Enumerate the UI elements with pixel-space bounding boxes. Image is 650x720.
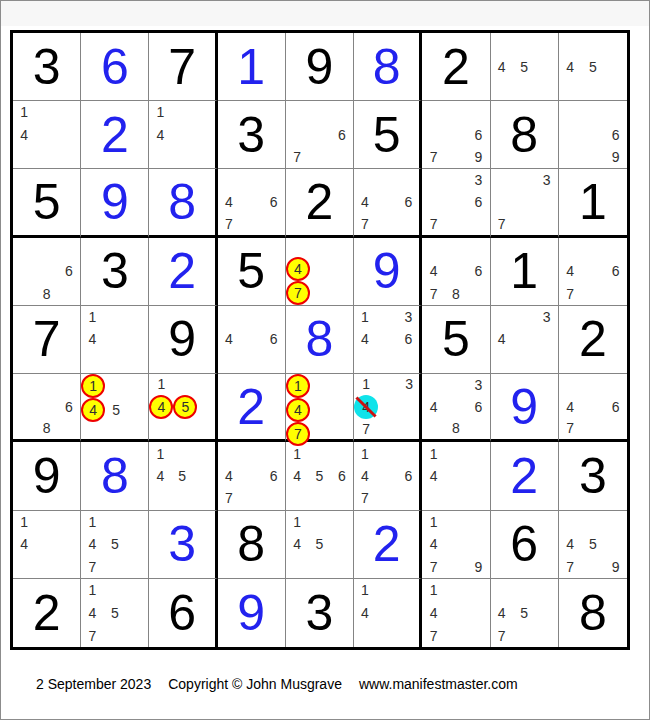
candidate-4: 4 bbox=[559, 396, 582, 418]
candidate-grid: 4678 bbox=[422, 238, 489, 305]
candidate-4: 4 bbox=[559, 260, 582, 282]
cell-r9c3[interactable]: 6 bbox=[149, 579, 217, 647]
candidate-7: 7 bbox=[422, 624, 444, 647]
candidate-7: 7 bbox=[491, 213, 513, 235]
entered-digit: 2 bbox=[218, 374, 285, 439]
candidate-grid: 467 bbox=[559, 238, 627, 305]
candidate-4: 4 bbox=[422, 396, 444, 418]
candidate-6: 6 bbox=[331, 124, 353, 146]
cell-r6c6[interactable]: 1347 bbox=[354, 374, 422, 442]
candidate-6: 6 bbox=[604, 260, 627, 282]
cell-r8c6[interactable]: 2 bbox=[354, 511, 422, 579]
candidate-grid: 1457 bbox=[81, 579, 148, 647]
given-digit: 9 bbox=[286, 33, 353, 100]
cell-r5c5[interactable]: 8 bbox=[286, 306, 354, 374]
candidate-7: 7 bbox=[354, 213, 376, 235]
candidate-5: 5 bbox=[173, 395, 197, 419]
highlighted-candidate-4: 4 bbox=[286, 398, 310, 422]
cell-r2c3[interactable]: 14 bbox=[149, 101, 217, 169]
cell-r1c4[interactable]: 1 bbox=[218, 33, 286, 101]
candidate-4: 4 bbox=[218, 465, 240, 487]
candidate-6: 6 bbox=[604, 124, 627, 146]
cell-r4c9[interactable]: 467 bbox=[559, 238, 627, 306]
cell-r5c7[interactable]: 5 bbox=[422, 306, 490, 374]
candidate-5: 5 bbox=[582, 55, 605, 77]
candidate-grid: 1467 bbox=[354, 442, 419, 509]
cell-r6c5[interactable]: 147 bbox=[286, 374, 354, 442]
candidate-3: 3 bbox=[399, 374, 420, 395]
candidate-grid: 37 bbox=[491, 169, 558, 234]
entered-digit: 9 bbox=[81, 169, 148, 234]
candidate-5: 5 bbox=[308, 465, 330, 487]
cell-r9c1[interactable]: 2 bbox=[13, 579, 81, 647]
candidate-7: 7 bbox=[218, 213, 240, 235]
given-digit: 5 bbox=[354, 101, 419, 168]
candidate-7: 7 bbox=[218, 487, 240, 509]
footer: 2 September 2023Copyright © John Musgrav… bbox=[36, 676, 535, 692]
sudoku-board: 3671982454514214367567986959846724673673… bbox=[10, 30, 630, 650]
cell-r5c8[interactable]: 34 bbox=[491, 306, 559, 374]
candidate-grid: 467 bbox=[218, 442, 285, 509]
cell-r1c8[interactable]: 45 bbox=[491, 33, 559, 101]
given-digit: 3 bbox=[559, 442, 627, 509]
candidate-4: 4 bbox=[559, 533, 582, 555]
candidate-7: 7 bbox=[422, 555, 444, 577]
entered-digit: 9 bbox=[354, 238, 419, 305]
cell-r1c9[interactable]: 45 bbox=[559, 33, 627, 101]
cell-r3c8[interactable]: 37 bbox=[491, 169, 559, 237]
cell-r6c4[interactable]: 2 bbox=[218, 374, 286, 442]
candidate-grid: 67 bbox=[286, 101, 353, 168]
candidate-1: 1 bbox=[286, 511, 308, 533]
cell-r8c4[interactable]: 8 bbox=[218, 511, 286, 579]
given-digit: 1 bbox=[559, 169, 627, 234]
cell-r2c5[interactable]: 67 bbox=[286, 101, 354, 169]
given-digit: 1 bbox=[491, 238, 558, 305]
candidate-7: 7 bbox=[491, 624, 513, 647]
candidate-8: 8 bbox=[35, 282, 57, 304]
given-digit: 5 bbox=[13, 169, 80, 234]
cell-r9c2[interactable]: 1457 bbox=[81, 579, 149, 647]
cell-r3c2[interactable]: 9 bbox=[81, 169, 149, 237]
entered-digit: 6 bbox=[81, 33, 148, 100]
candidate-grid: 14 bbox=[354, 579, 419, 647]
cell-r2c8[interactable]: 8 bbox=[491, 101, 559, 169]
candidate-grid: 14 bbox=[13, 101, 80, 168]
candidate-grid: 46 bbox=[218, 306, 285, 373]
candidate-4: 4 bbox=[491, 55, 513, 77]
given-digit: 6 bbox=[149, 579, 214, 647]
candidate-4: 4 bbox=[81, 533, 103, 555]
candidate-4: 4 bbox=[218, 328, 240, 350]
candidate-1: 1 bbox=[149, 374, 173, 395]
candidate-4: 4 bbox=[13, 533, 35, 555]
cell-r5c2[interactable]: 14 bbox=[81, 306, 149, 374]
cell-r3c7[interactable]: 367 bbox=[422, 169, 490, 237]
candidate-3: 3 bbox=[535, 306, 557, 328]
cell-r1c2[interactable]: 6 bbox=[81, 33, 149, 101]
candidate-1: 1 bbox=[149, 442, 171, 464]
candidate-3: 3 bbox=[535, 169, 557, 191]
candidate-6: 6 bbox=[398, 328, 420, 350]
candidate-1: 1 bbox=[422, 442, 444, 464]
candidate-1: 1 bbox=[354, 306, 376, 328]
candidate-grid: 14 bbox=[149, 101, 214, 168]
highlighted-candidate-5: 5 bbox=[173, 395, 197, 419]
cell-r4c1[interactable]: 68 bbox=[13, 238, 81, 306]
entered-digit: 3 bbox=[149, 511, 214, 578]
entered-digit: 2 bbox=[354, 511, 419, 578]
cell-r2c1[interactable]: 14 bbox=[13, 101, 81, 169]
cell-r9c4[interactable]: 9 bbox=[218, 579, 286, 647]
candidate-6: 6 bbox=[262, 328, 284, 350]
entered-digit: 2 bbox=[149, 238, 214, 305]
candidate-4: 4 bbox=[149, 395, 173, 419]
candidate-7: 7 bbox=[422, 146, 444, 168]
cell-r3c6[interactable]: 467 bbox=[354, 169, 422, 237]
candidate-7: 7 bbox=[81, 555, 103, 577]
cell-r8c3[interactable]: 3 bbox=[149, 511, 217, 579]
highlighted-candidate-4: 4 bbox=[286, 257, 310, 281]
cell-r2c4[interactable]: 3 bbox=[218, 101, 286, 169]
candidate-4: 4 bbox=[422, 465, 444, 487]
candidate-grid: 145 bbox=[149, 374, 214, 439]
cell-r3c3[interactable]: 8 bbox=[149, 169, 217, 237]
entered-digit: 1 bbox=[218, 33, 285, 100]
given-digit: 7 bbox=[13, 306, 80, 373]
candidate-5: 5 bbox=[104, 533, 126, 555]
given-digit: 5 bbox=[218, 238, 285, 305]
candidate-1: 1 bbox=[13, 101, 35, 123]
cell-r1c7[interactable]: 2 bbox=[422, 33, 490, 101]
candidate-6: 6 bbox=[58, 396, 80, 418]
candidate-7: 7 bbox=[422, 213, 444, 235]
candidate-4: 4 bbox=[354, 395, 378, 419]
cell-r5c4[interactable]: 46 bbox=[218, 306, 286, 374]
candidate-4: 4 bbox=[218, 191, 240, 213]
candidate-6: 6 bbox=[262, 191, 284, 213]
candidate-7: 7 bbox=[559, 418, 582, 440]
footer-website: www.manifestmaster.com bbox=[359, 676, 518, 692]
given-digit: 2 bbox=[559, 306, 627, 373]
cell-r1c3[interactable]: 7 bbox=[149, 33, 217, 101]
candidate-grid: 467 bbox=[218, 169, 285, 234]
cell-r7c1[interactable]: 9 bbox=[13, 442, 81, 510]
candidate-1: 1 bbox=[354, 374, 378, 395]
candidate-grid: 145 bbox=[81, 374, 148, 439]
highlighted-candidate-7: 7 bbox=[286, 281, 310, 305]
candidate-1: 1 bbox=[286, 374, 310, 398]
cell-r8c7[interactable]: 1479 bbox=[422, 511, 490, 579]
given-digit: 9 bbox=[13, 442, 80, 509]
candidate-7: 7 bbox=[422, 282, 444, 304]
given-digit: 8 bbox=[491, 101, 558, 168]
footer-date: 2 September 2023 bbox=[36, 676, 151, 692]
candidate-4: 4 bbox=[286, 257, 310, 281]
candidate-6: 6 bbox=[604, 396, 627, 418]
candidate-4: 4 bbox=[491, 328, 513, 350]
cell-r6c7[interactable]: 3468 bbox=[422, 374, 490, 442]
cell-r5c6[interactable]: 1346 bbox=[354, 306, 422, 374]
candidate-6: 6 bbox=[467, 191, 489, 213]
candidate-6: 6 bbox=[262, 465, 284, 487]
cell-r7c9[interactable]: 3 bbox=[559, 442, 627, 510]
cell-r1c6[interactable]: 8 bbox=[354, 33, 422, 101]
candidate-grid: 3468 bbox=[422, 374, 489, 439]
candidate-4: 4 bbox=[149, 465, 171, 487]
candidate-9: 9 bbox=[467, 555, 489, 577]
candidate-1: 1 bbox=[354, 579, 376, 602]
given-digit: 2 bbox=[422, 33, 489, 100]
candidate-7: 7 bbox=[354, 487, 376, 509]
given-digit: 7 bbox=[149, 33, 214, 100]
candidate-6: 6 bbox=[398, 191, 420, 213]
candidate-grid: 69 bbox=[559, 101, 627, 168]
candidate-4: 4 bbox=[422, 602, 444, 625]
candidate-4: 4 bbox=[149, 124, 171, 146]
highlighted-candidate-1: 1 bbox=[286, 374, 310, 398]
candidate-3: 3 bbox=[467, 374, 489, 396]
cell-r5c1[interactable]: 7 bbox=[13, 306, 81, 374]
candidate-4: 4 bbox=[354, 328, 376, 350]
candidate-7: 7 bbox=[286, 422, 310, 446]
candidate-6: 6 bbox=[467, 260, 489, 282]
candidate-1: 1 bbox=[81, 306, 103, 328]
candidate-6: 6 bbox=[467, 124, 489, 146]
given-digit: 6 bbox=[491, 511, 558, 578]
given-digit: 3 bbox=[13, 33, 80, 100]
cell-r2c6[interactable]: 5 bbox=[354, 101, 422, 169]
candidate-6: 6 bbox=[467, 396, 489, 418]
candidate-5: 5 bbox=[308, 533, 330, 555]
candidate-5: 5 bbox=[513, 602, 535, 625]
candidate-1: 1 bbox=[81, 579, 103, 602]
candidate-grid: 14 bbox=[422, 442, 489, 509]
given-digit: 3 bbox=[286, 579, 353, 647]
cell-r8c1[interactable]: 14 bbox=[13, 511, 81, 579]
candidate-grid: 145 bbox=[149, 442, 214, 509]
candidate-grid: 147 bbox=[286, 374, 353, 439]
cell-r8c9[interactable]: 4579 bbox=[559, 511, 627, 579]
candidate-3: 3 bbox=[398, 306, 420, 328]
candidate-4: 4 bbox=[491, 602, 513, 625]
candidate-grid: 68 bbox=[13, 238, 80, 305]
candidate-4: 4 bbox=[286, 465, 308, 487]
candidate-grid: 457 bbox=[491, 579, 558, 647]
candidate-1: 1 bbox=[422, 511, 444, 533]
candidate-grid: 467 bbox=[354, 169, 419, 234]
cell-r7c4[interactable]: 467 bbox=[218, 442, 286, 510]
entered-digit: 2 bbox=[81, 101, 148, 168]
candidate-grid: 679 bbox=[422, 101, 489, 168]
cell-r9c6[interactable]: 14 bbox=[354, 579, 422, 647]
cell-r8c2[interactable]: 1457 bbox=[81, 511, 149, 579]
candidate-1: 1 bbox=[354, 442, 376, 464]
candidate-grid: 1346 bbox=[354, 306, 419, 373]
cell-r6c1[interactable]: 68 bbox=[13, 374, 81, 442]
entered-digit: 8 bbox=[149, 169, 214, 234]
candidate-8: 8 bbox=[445, 418, 467, 440]
cell-r7c7[interactable]: 14 bbox=[422, 442, 490, 510]
candidate-7: 7 bbox=[354, 419, 378, 440]
cell-r2c7[interactable]: 679 bbox=[422, 101, 490, 169]
candidate-4: 4 bbox=[354, 191, 376, 213]
cell-r6c9[interactable]: 467 bbox=[559, 374, 627, 442]
entered-digit: 2 bbox=[491, 442, 558, 509]
cell-r5c3[interactable]: 9 bbox=[149, 306, 217, 374]
candidate-grid: 367 bbox=[422, 169, 489, 234]
cell-r8c5[interactable]: 145 bbox=[286, 511, 354, 579]
candidate-1: 1 bbox=[13, 511, 35, 533]
candidate-grid: 47 bbox=[286, 238, 353, 305]
cell-r6c3[interactable]: 145 bbox=[149, 374, 217, 442]
cell-r9c8[interactable]: 457 bbox=[491, 579, 559, 647]
candidate-4: 4 bbox=[354, 465, 376, 487]
candidate-grid: 68 bbox=[13, 374, 80, 439]
candidate-4: 4 bbox=[354, 602, 376, 625]
candidate-4: 4 bbox=[81, 602, 103, 625]
highlighted-candidate-4: 4 bbox=[81, 398, 105, 422]
candidate-6: 6 bbox=[331, 465, 353, 487]
candidate-9: 9 bbox=[604, 555, 627, 577]
cell-r9c5[interactable]: 3 bbox=[286, 579, 354, 647]
candidate-4: 4 bbox=[81, 328, 103, 350]
cell-r2c9[interactable]: 69 bbox=[559, 101, 627, 169]
candidate-7: 7 bbox=[559, 282, 582, 304]
candidate-5: 5 bbox=[104, 602, 126, 625]
cell-r6c8[interactable]: 9 bbox=[491, 374, 559, 442]
cell-r5c9[interactable]: 2 bbox=[559, 306, 627, 374]
candidate-9: 9 bbox=[467, 146, 489, 168]
candidate-grid: 4579 bbox=[559, 511, 627, 578]
highlighted-candidate-4: 4 bbox=[149, 395, 173, 419]
candidate-grid: 45 bbox=[559, 33, 627, 100]
cell-r4c2[interactable]: 3 bbox=[81, 238, 149, 306]
cell-r3c5[interactable]: 2 bbox=[286, 169, 354, 237]
given-digit: 9 bbox=[149, 306, 214, 373]
entered-digit: 9 bbox=[218, 579, 285, 647]
candidate-grid: 1456 bbox=[286, 442, 353, 509]
cell-r3c1[interactable]: 5 bbox=[13, 169, 81, 237]
candidate-7: 7 bbox=[286, 146, 308, 168]
entered-digit: 8 bbox=[286, 306, 353, 373]
candidate-grid: 467 bbox=[559, 374, 627, 439]
candidate-5: 5 bbox=[513, 55, 535, 77]
cell-r3c4[interactable]: 467 bbox=[218, 169, 286, 237]
cell-r7c6[interactable]: 1467 bbox=[354, 442, 422, 510]
cell-r8c8[interactable]: 6 bbox=[491, 511, 559, 579]
candidate-6: 6 bbox=[398, 465, 420, 487]
eliminated-candidate-4: 4 bbox=[354, 395, 378, 419]
given-digit: 8 bbox=[559, 579, 627, 647]
cell-r4c3[interactable]: 2 bbox=[149, 238, 217, 306]
entered-digit: 9 bbox=[491, 374, 558, 439]
cell-r7c2[interactable]: 8 bbox=[81, 442, 149, 510]
candidate-grid: 1457 bbox=[81, 511, 148, 578]
candidate-1: 1 bbox=[422, 579, 444, 602]
cell-r1c5[interactable]: 9 bbox=[286, 33, 354, 101]
highlighted-candidate-1: 1 bbox=[81, 374, 105, 398]
candidate-1: 1 bbox=[81, 511, 103, 533]
candidate-4: 4 bbox=[286, 398, 310, 422]
cell-r4c6[interactable]: 9 bbox=[354, 238, 422, 306]
entered-digit: 8 bbox=[354, 33, 419, 100]
entered-digit: 8 bbox=[81, 442, 148, 509]
cell-r9c7[interactable]: 147 bbox=[422, 579, 490, 647]
candidate-4: 4 bbox=[286, 533, 308, 555]
candidate-5: 5 bbox=[582, 533, 605, 555]
given-digit: 8 bbox=[218, 511, 285, 578]
candidate-grid: 14 bbox=[13, 511, 80, 578]
candidate-6: 6 bbox=[58, 260, 80, 282]
cell-r2c2[interactable]: 2 bbox=[81, 101, 149, 169]
candidate-grid: 1347 bbox=[354, 374, 419, 439]
candidate-8: 8 bbox=[445, 282, 467, 304]
candidate-7: 7 bbox=[286, 281, 310, 305]
given-digit: 2 bbox=[286, 169, 353, 234]
candidate-7: 7 bbox=[81, 624, 103, 647]
given-digit: 3 bbox=[81, 238, 148, 305]
given-digit: 3 bbox=[218, 101, 285, 168]
candidate-grid: 45 bbox=[491, 33, 558, 100]
candidate-4: 4 bbox=[559, 55, 582, 77]
given-digit: 5 bbox=[422, 306, 489, 373]
candidate-grid: 1479 bbox=[422, 511, 489, 578]
candidate-3: 3 bbox=[467, 169, 489, 191]
cell-r7c5[interactable]: 1456 bbox=[286, 442, 354, 510]
cell-r4c7[interactable]: 4678 bbox=[422, 238, 490, 306]
candidate-5: 5 bbox=[171, 465, 193, 487]
candidate-4: 4 bbox=[422, 533, 444, 555]
cell-r4c4[interactable]: 5 bbox=[218, 238, 286, 306]
cell-r6c2[interactable]: 145 bbox=[81, 374, 149, 442]
highlighted-candidate-7: 7 bbox=[286, 422, 310, 446]
candidate-grid: 14 bbox=[81, 306, 148, 373]
candidate-8: 8 bbox=[35, 418, 57, 440]
candidate-4: 4 bbox=[422, 260, 444, 282]
cell-r4c8[interactable]: 1 bbox=[491, 238, 559, 306]
candidate-grid: 145 bbox=[286, 511, 353, 578]
footer-copyright: Copyright © John Musgrave bbox=[168, 676, 342, 692]
candidate-7: 7 bbox=[559, 555, 582, 577]
candidate-9: 9 bbox=[604, 146, 627, 168]
candidate-4: 4 bbox=[81, 398, 105, 422]
given-digit: 2 bbox=[13, 579, 80, 647]
cell-r3c9[interactable]: 1 bbox=[559, 169, 627, 237]
window-top-strip bbox=[1, 1, 649, 26]
candidate-5: 5 bbox=[105, 398, 127, 422]
cell-r4c5[interactable]: 47 bbox=[286, 238, 354, 306]
candidate-1: 1 bbox=[149, 101, 171, 123]
candidate-grid: 147 bbox=[422, 579, 489, 647]
cell-r1c1[interactable]: 3 bbox=[13, 33, 81, 101]
cell-r7c8[interactable]: 2 bbox=[491, 442, 559, 510]
candidate-1: 1 bbox=[81, 374, 105, 398]
candidate-4: 4 bbox=[13, 124, 35, 146]
candidate-grid: 34 bbox=[491, 306, 558, 373]
cell-r7c3[interactable]: 145 bbox=[149, 442, 217, 510]
cell-r9c9[interactable]: 8 bbox=[559, 579, 627, 647]
